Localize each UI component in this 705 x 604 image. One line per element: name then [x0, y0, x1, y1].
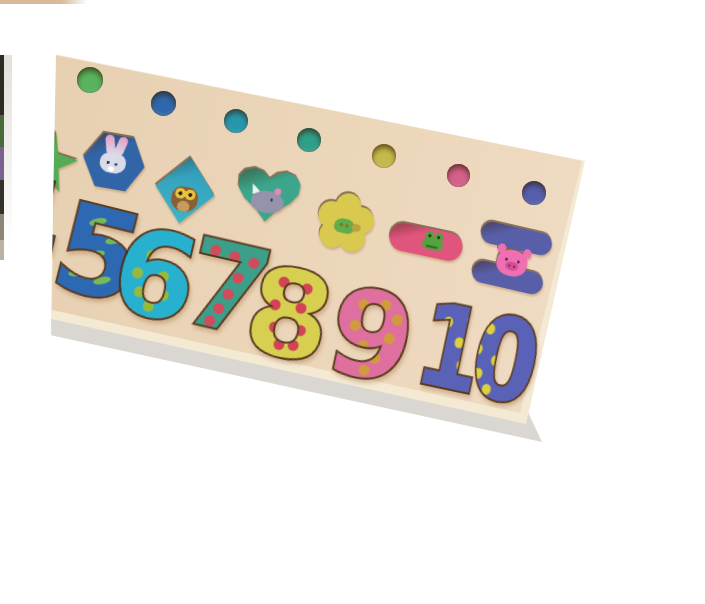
counting-hole-7 — [522, 181, 546, 205]
photo-seam — [4, 55, 12, 255]
counting-hole-5 — [372, 144, 396, 168]
counting-hole-6 — [447, 164, 470, 187]
counting-hole-1 — [77, 67, 103, 93]
numeral-glyph-10: 10 — [405, 277, 547, 432]
board-elements: 45678910 — [0, 0, 705, 604]
counting-hole-3 — [224, 109, 248, 133]
counting-hole-4 — [297, 128, 321, 152]
product-photo: 45678910 — [0, 0, 705, 604]
number-10-hole: 10 — [367, 245, 581, 459]
counting-hole-2 — [151, 91, 176, 116]
